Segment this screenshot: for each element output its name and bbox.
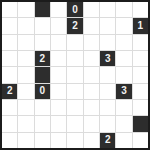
empty-cell-r7c6[interactable]: [100, 116, 115, 131]
empty-cell-r7c7[interactable]: [116, 116, 131, 131]
empty-cell-r8c5[interactable]: [84, 133, 99, 148]
empty-cell-r0c6[interactable]: [100, 2, 115, 17]
wall-cell-r4c2: [35, 67, 50, 82]
empty-cell-r1c0[interactable]: [2, 18, 17, 33]
clue-cell-r5c7: 3: [116, 84, 131, 99]
empty-cell-r1c1[interactable]: [18, 18, 33, 33]
empty-cell-r2c6[interactable]: [100, 35, 115, 50]
clue-cell-r8c6: 2: [100, 133, 115, 148]
empty-cell-r7c0[interactable]: [2, 116, 17, 131]
empty-cell-r0c0[interactable]: [2, 2, 17, 17]
empty-cell-r4c7[interactable]: [116, 67, 131, 82]
clue-cell-r3c2: 2: [35, 51, 50, 66]
empty-cell-r6c5[interactable]: [84, 100, 99, 115]
empty-cell-r6c8[interactable]: [133, 100, 148, 115]
empty-cell-r1c3[interactable]: [51, 18, 66, 33]
clue-cell-r5c0: 2: [2, 84, 17, 99]
puzzle-grid: 021232032: [2, 2, 148, 148]
clue-cell-r1c4: 2: [67, 18, 82, 33]
empty-cell-r0c1[interactable]: [18, 2, 33, 17]
empty-cell-r3c4[interactable]: [67, 51, 82, 66]
empty-cell-r2c1[interactable]: [18, 35, 33, 50]
empty-cell-r6c2[interactable]: [35, 100, 50, 115]
empty-cell-r7c1[interactable]: [18, 116, 33, 131]
empty-cell-r4c5[interactable]: [84, 67, 99, 82]
empty-cell-r7c4[interactable]: [67, 116, 82, 131]
empty-cell-r2c4[interactable]: [67, 35, 82, 50]
wall-cell-r7c8: [133, 116, 148, 131]
empty-cell-r6c3[interactable]: [51, 100, 66, 115]
empty-cell-r5c1[interactable]: [18, 84, 33, 99]
empty-cell-r0c7[interactable]: [116, 2, 131, 17]
wall-cell-r0c2: [35, 2, 50, 17]
empty-cell-r0c5[interactable]: [84, 2, 99, 17]
empty-cell-r2c5[interactable]: [84, 35, 99, 50]
empty-cell-r4c3[interactable]: [51, 67, 66, 82]
empty-cell-r8c4[interactable]: [67, 133, 82, 148]
empty-cell-r8c8[interactable]: [133, 133, 148, 148]
empty-cell-r3c3[interactable]: [51, 51, 66, 66]
empty-cell-r5c3[interactable]: [51, 84, 66, 99]
empty-cell-r4c4[interactable]: [67, 67, 82, 82]
empty-cell-r1c2[interactable]: [35, 18, 50, 33]
empty-cell-r7c2[interactable]: [35, 116, 50, 131]
empty-cell-r7c5[interactable]: [84, 116, 99, 131]
empty-cell-r5c5[interactable]: [84, 84, 99, 99]
empty-cell-r4c6[interactable]: [100, 67, 115, 82]
clue-cell-r0c4: 0: [67, 2, 82, 17]
empty-cell-r2c3[interactable]: [51, 35, 66, 50]
empty-cell-r8c3[interactable]: [51, 133, 66, 148]
clue-cell-r3c6: 3: [100, 51, 115, 66]
empty-cell-r4c1[interactable]: [18, 67, 33, 82]
empty-cell-r3c5[interactable]: [84, 51, 99, 66]
empty-cell-r2c0[interactable]: [2, 35, 17, 50]
empty-cell-r8c1[interactable]: [18, 133, 33, 148]
empty-cell-r6c1[interactable]: [18, 100, 33, 115]
empty-cell-r6c6[interactable]: [100, 100, 115, 115]
empty-cell-r2c2[interactable]: [35, 35, 50, 50]
empty-cell-r8c2[interactable]: [35, 133, 50, 148]
empty-cell-r2c8[interactable]: [133, 35, 148, 50]
empty-cell-r3c0[interactable]: [2, 51, 17, 66]
empty-cell-r0c8[interactable]: [133, 2, 148, 17]
empty-cell-r6c0[interactable]: [2, 100, 17, 115]
empty-cell-r5c4[interactable]: [67, 84, 82, 99]
empty-cell-r8c7[interactable]: [116, 133, 131, 148]
empty-cell-r3c7[interactable]: [116, 51, 131, 66]
empty-cell-r8c0[interactable]: [2, 133, 17, 148]
empty-cell-r4c0[interactable]: [2, 67, 17, 82]
empty-cell-r5c6[interactable]: [100, 84, 115, 99]
empty-cell-r3c8[interactable]: [133, 51, 148, 66]
empty-cell-r6c7[interactable]: [116, 100, 131, 115]
empty-cell-r6c4[interactable]: [67, 100, 82, 115]
clue-cell-r1c8: 1: [133, 18, 148, 33]
empty-cell-r1c5[interactable]: [84, 18, 99, 33]
empty-cell-r3c1[interactable]: [18, 51, 33, 66]
empty-cell-r5c8[interactable]: [133, 84, 148, 99]
empty-cell-r2c7[interactable]: [116, 35, 131, 50]
clue-cell-r5c2: 0: [35, 84, 50, 99]
empty-cell-r1c7[interactable]: [116, 18, 131, 33]
empty-cell-r0c3[interactable]: [51, 2, 66, 17]
empty-cell-r7c3[interactable]: [51, 116, 66, 131]
empty-cell-r4c8[interactable]: [133, 67, 148, 82]
akari-board: 021232032: [0, 0, 150, 150]
empty-cell-r1c6[interactable]: [100, 18, 115, 33]
